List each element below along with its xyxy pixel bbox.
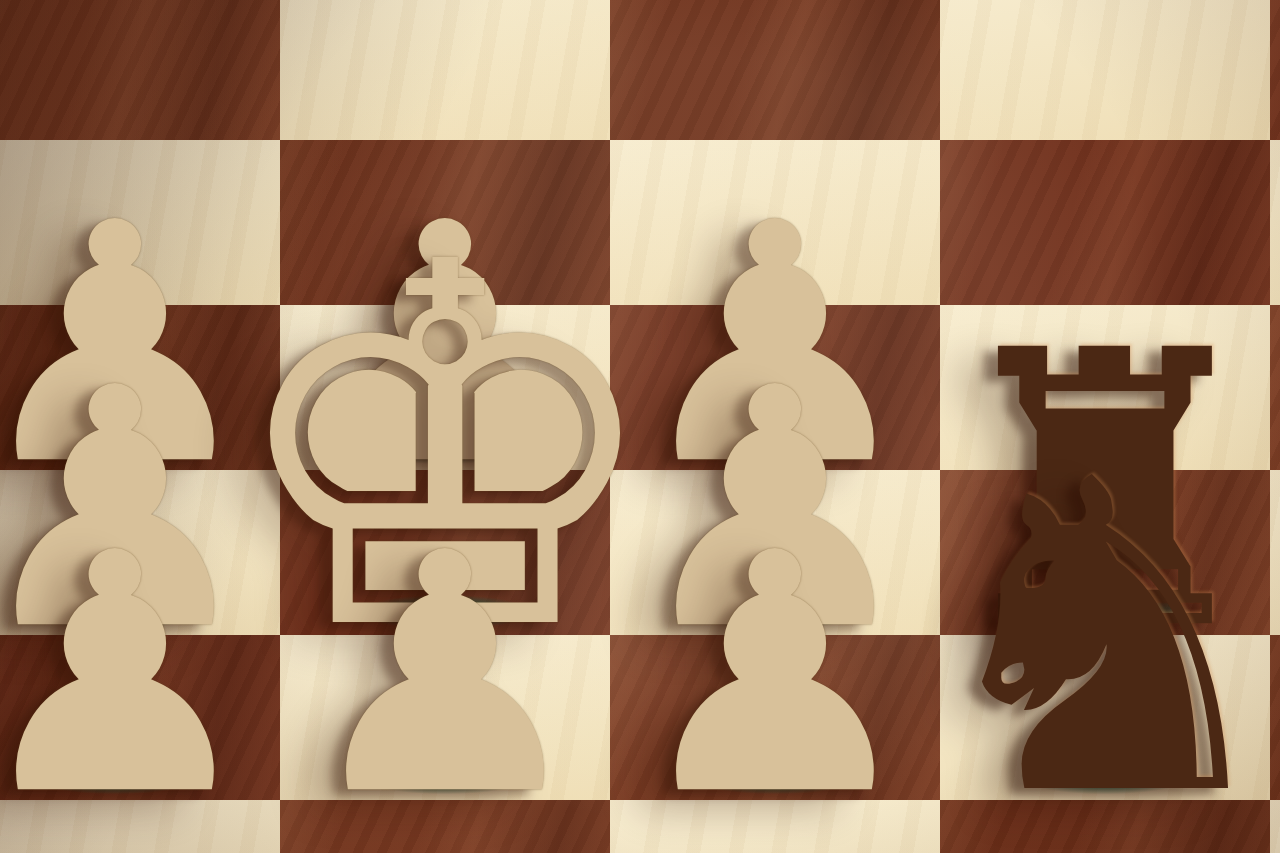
piece-white-pawn-c3[interactable]: ♟ xyxy=(0,510,263,840)
square-d3[interactable]: ♟ xyxy=(280,635,610,800)
piece-black-knight-f3[interactable]: ♞ xyxy=(912,424,1280,853)
square-c3[interactable]: ♟ xyxy=(0,635,280,800)
square-e3[interactable]: ♟ xyxy=(610,635,940,800)
chessboard-photo: ♟♟♟♟♚♟♜♟♟♟♞ xyxy=(0,0,1280,853)
square-e7[interactable] xyxy=(610,0,940,140)
square-g7[interactable] xyxy=(1270,0,1280,140)
piece-white-pawn-d3[interactable]: ♟ xyxy=(297,510,593,840)
square-c7[interactable] xyxy=(0,0,280,140)
square-d7[interactable] xyxy=(280,0,610,140)
square-f3[interactable]: ♞ xyxy=(940,635,1270,800)
square-f7[interactable] xyxy=(940,0,1270,140)
chess-board: ♟♟♟♟♚♟♜♟♟♟♞ xyxy=(0,0,1280,853)
piece-white-pawn-e3[interactable]: ♟ xyxy=(627,510,923,840)
